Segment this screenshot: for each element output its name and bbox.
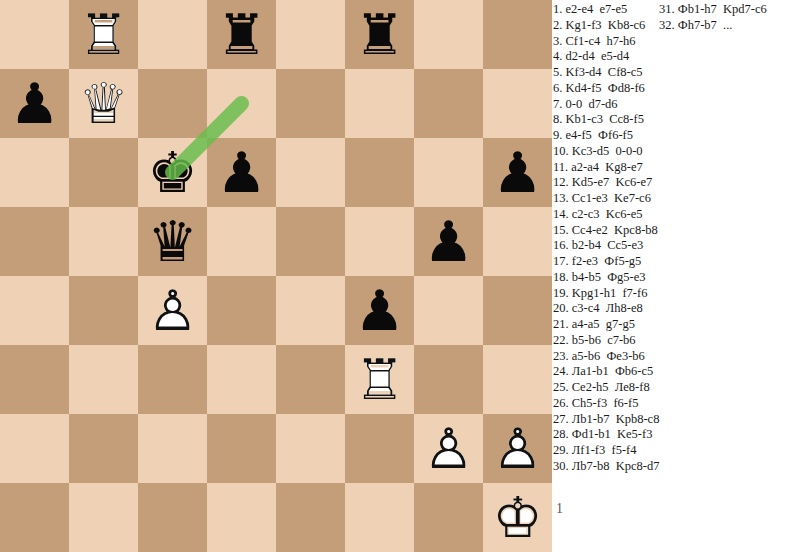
move-row-26: 26. Ch5-f3 f6-f5 [553,396,659,412]
square-g4[interactable] [414,276,483,345]
square-f4[interactable]: ♟ [345,276,414,345]
square-a3[interactable] [0,345,69,414]
square-f8[interactable]: ♜ [345,0,414,69]
move-row-5: 5. Kf3-d4 Cf8-c5 [553,65,659,81]
square-c2[interactable] [138,414,207,483]
square-c5[interactable]: ♛ [138,207,207,276]
square-c7[interactable] [138,69,207,138]
move-row-1: 1. e2-e4 e7-e5 [553,2,659,18]
black-pawn-icon: ♟ [483,138,552,207]
move-row-32: 32. Фh7-b7 ... [659,18,767,34]
white-pawn-outline-icon: ♙ [483,414,552,483]
square-b7[interactable]: ♛♕ [69,69,138,138]
square-b8[interactable]: ♜♖ [69,0,138,69]
move-row-25: 25. Ce2-h5 Лe8-f8 [553,380,659,396]
square-d7[interactable] [207,69,276,138]
square-e1[interactable] [276,483,345,552]
square-f5[interactable] [345,207,414,276]
square-a1[interactable] [0,483,69,552]
square-h3[interactable] [483,345,552,414]
move-row-12: 12. Kd5-e7 Kc6-e7 [553,175,659,191]
black-queen-icon: ♛ [138,207,207,276]
chess-board: ♜♖♜♜♟♛♕♚♟♟♛♟♟♙♟♜♖♟♙♟♙♚♔ [0,0,552,552]
square-d1[interactable] [207,483,276,552]
move-row-4: 4. d2-d4 e5-d4 [553,49,659,65]
square-g7[interactable] [414,69,483,138]
black-king-icon: ♚ [138,138,207,207]
move-row-22: 22. b5-b6 c7-b6 [553,333,659,349]
square-e8[interactable] [276,0,345,69]
square-c6[interactable]: ♚ [138,138,207,207]
square-a4[interactable] [0,276,69,345]
square-d2[interactable] [207,414,276,483]
move-row-27: 27. Лb1-b7 Kpb8-c8 [553,412,659,428]
move-row-29: 29. Лf1-f3 f5-f4 [553,443,659,459]
black-rook-icon: ♜ [207,0,276,69]
square-b5[interactable] [69,207,138,276]
square-h8[interactable] [483,0,552,69]
square-f2[interactable] [345,414,414,483]
square-c8[interactable] [138,0,207,69]
square-e2[interactable] [276,414,345,483]
white-queen-outline-icon: ♕ [69,69,138,138]
move-row-24: 24. Лa1-b1 Фb6-c5 [553,364,659,380]
move-list-column-1: 1. e2-e4 e7-e52. Kg1-f3 Kb8-c63. Cf1-c4 … [553,2,659,475]
move-row-11: 11. a2-a4 Kg8-e7 [553,160,659,176]
square-g8[interactable] [414,0,483,69]
move-row-16: 16. b2-b4 Cc5-e3 [553,238,659,254]
move-row-30: 30. Лb7-b8 Kpc8-d7 [553,459,659,475]
move-row-31: 31. Фb1-h7 Kpd7-c6 [659,2,767,18]
move-row-2: 2. Kg1-f3 Kb8-c6 [553,18,659,34]
white-pawn-outline-icon: ♙ [138,276,207,345]
black-pawn-icon: ♟ [414,207,483,276]
move-row-15: 15. Cc4-e2 Kpc8-b8 [553,223,659,239]
move-row-19: 19. Kpg1-h1 f7-f6 [553,286,659,302]
rank-label-1: 1 [556,500,563,518]
square-a5[interactable] [0,207,69,276]
black-pawn-icon: ♟ [207,138,276,207]
black-pawn-icon: ♟ [0,69,69,138]
square-b3[interactable] [69,345,138,414]
move-row-23: 23. a5-b6 Фe3-b6 [553,349,659,365]
square-d8[interactable]: ♜ [207,0,276,69]
move-row-8: 8. Kb1-c3 Cc8-f5 [553,112,659,128]
move-row-7: 7. 0-0 d7-d6 [553,97,659,113]
square-a2[interactable] [0,414,69,483]
square-a6[interactable] [0,138,69,207]
square-e5[interactable] [276,207,345,276]
square-f1[interactable] [345,483,414,552]
move-row-9: 9. e4-f5 Фf6-f5 [553,128,659,144]
square-c3[interactable] [138,345,207,414]
square-g2[interactable]: ♟♙ [414,414,483,483]
move-row-17: 17. f2-e3 Фf5-g5 [553,254,659,270]
move-row-21: 21. a4-a5 g7-g5 [553,317,659,333]
move-row-20: 20. c3-c4 Лh8-e8 [553,301,659,317]
square-g6[interactable] [414,138,483,207]
square-h4[interactable] [483,276,552,345]
square-e7[interactable] [276,69,345,138]
square-h6[interactable]: ♟ [483,138,552,207]
square-e4[interactable] [276,276,345,345]
square-d3[interactable] [207,345,276,414]
move-list-column-2: 31. Фb1-h7 Kpd7-c632. Фh7-b7 ... [659,2,767,34]
white-rook-outline-icon: ♖ [69,0,138,69]
move-row-13: 13. Cc1-e3 Ke7-c6 [553,191,659,207]
square-g3[interactable] [414,345,483,414]
move-row-6: 6. Kd4-f5 Фd8-f6 [553,81,659,97]
square-g1[interactable] [414,483,483,552]
white-king-outline-icon: ♔ [483,483,552,552]
square-d6[interactable]: ♟ [207,138,276,207]
square-h7[interactable] [483,69,552,138]
square-d4[interactable] [207,276,276,345]
black-rook-icon: ♜ [345,0,414,69]
square-e3[interactable] [276,345,345,414]
square-b1[interactable] [69,483,138,552]
square-c1[interactable] [138,483,207,552]
square-e6[interactable] [276,138,345,207]
black-pawn-icon: ♟ [345,276,414,345]
square-c4[interactable]: ♟♙ [138,276,207,345]
square-f3[interactable]: ♜♖ [345,345,414,414]
square-h5[interactable] [483,207,552,276]
square-d5[interactable] [207,207,276,276]
square-h1[interactable]: ♚♔ [483,483,552,552]
white-pawn-outline-icon: ♙ [414,414,483,483]
move-row-18: 18. b4-b5 Фg5-e3 [553,270,659,286]
square-b4[interactable] [69,276,138,345]
move-row-28: 28. Фd1-b1 Ke5-f3 [553,427,659,443]
square-f6[interactable] [345,138,414,207]
move-row-3: 3. Cf1-c4 h7-h6 [553,34,659,50]
square-h2[interactable]: ♟♙ [483,414,552,483]
white-rook-outline-icon: ♖ [345,345,414,414]
square-g5[interactable]: ♟ [414,207,483,276]
square-b6[interactable] [69,138,138,207]
square-f7[interactable] [345,69,414,138]
square-a8[interactable] [0,0,69,69]
square-b2[interactable] [69,414,138,483]
square-a7[interactable]: ♟ [0,69,69,138]
move-row-14: 14. c2-c3 Kc6-e5 [553,207,659,223]
move-row-10: 10. Kc3-d5 0-0-0 [553,144,659,160]
